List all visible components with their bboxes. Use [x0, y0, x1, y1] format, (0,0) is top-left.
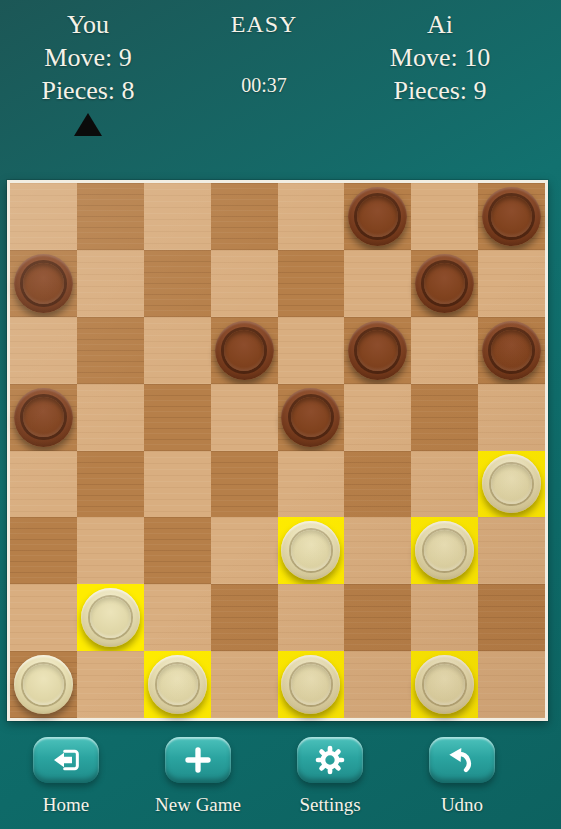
square-r1c2[interactable]	[144, 250, 211, 317]
square-r2c0[interactable]	[10, 317, 77, 384]
player-piece[interactable]	[14, 655, 73, 714]
home-exit-icon	[50, 744, 82, 776]
ai-piece[interactable]	[415, 254, 474, 313]
square-r4c2[interactable]	[144, 451, 211, 518]
square-r7c5[interactable]	[344, 651, 411, 718]
square-r7c3[interactable]	[211, 651, 278, 718]
square-r3c4[interactable]	[278, 384, 345, 451]
undo-icon	[446, 744, 478, 776]
square-r2c3[interactable]	[211, 317, 278, 384]
home-button-label: Home	[43, 794, 89, 816]
ai-piece[interactable]	[14, 388, 73, 447]
square-r2c2[interactable]	[144, 317, 211, 384]
square-r6c6[interactable]	[411, 584, 478, 651]
ai-piece[interactable]	[482, 187, 541, 246]
square-r2c7[interactable]	[478, 317, 545, 384]
ai-piece[interactable]	[348, 187, 407, 246]
square-r2c1[interactable]	[77, 317, 144, 384]
square-r1c4[interactable]	[278, 250, 345, 317]
ai-piece[interactable]	[281, 388, 340, 447]
square-r3c7[interactable]	[478, 384, 545, 451]
game-screen: You Move: 9 Pieces: 8 EASY 00:37 Ai Move…	[0, 0, 561, 829]
player-piece[interactable]	[81, 588, 140, 647]
ai-panel: Ai Move: 10 Pieces: 9	[352, 8, 528, 136]
difficulty-label: EASY	[176, 8, 352, 41]
square-r7c7[interactable]	[478, 651, 545, 718]
square-r0c2[interactable]	[144, 183, 211, 250]
player-piece[interactable]	[415, 655, 474, 714]
header: You Move: 9 Pieces: 8 EASY 00:37 Ai Move…	[0, 8, 528, 136]
square-r6c7[interactable]	[478, 584, 545, 651]
board-frame	[7, 180, 548, 721]
square-r3c1[interactable]	[77, 384, 144, 451]
ai-name: Ai	[352, 8, 528, 41]
ai-piece[interactable]	[482, 321, 541, 380]
square-r1c0[interactable]	[10, 250, 77, 317]
square-r4c0[interactable]	[10, 451, 77, 518]
player-piece[interactable]	[148, 655, 207, 714]
square-r4c6[interactable]	[411, 451, 478, 518]
square-r3c6[interactable]	[411, 384, 478, 451]
new-game-button-label: New Game	[155, 794, 241, 816]
square-r7c0[interactable]	[10, 651, 77, 718]
new-game-button-group: New Game	[132, 737, 264, 816]
square-r0c7[interactable]	[478, 183, 545, 250]
settings-button-label: Settings	[299, 794, 360, 816]
square-r6c3[interactable]	[211, 584, 278, 651]
square-r0c5[interactable]	[344, 183, 411, 250]
square-r2c5[interactable]	[344, 317, 411, 384]
turn-indicator-triangle	[74, 113, 102, 136]
square-r5c4[interactable]	[278, 517, 345, 584]
ai-piece[interactable]	[215, 321, 274, 380]
board	[10, 183, 545, 718]
ai-piece-count: Pieces: 9	[352, 74, 528, 107]
home-button[interactable]	[33, 737, 99, 783]
square-r5c7[interactable]	[478, 517, 545, 584]
player-piece[interactable]	[281, 521, 340, 580]
player-piece[interactable]	[281, 655, 340, 714]
plus-icon	[182, 744, 214, 776]
player-piece[interactable]	[482, 454, 541, 513]
player-move-count: Move: 9	[0, 41, 176, 74]
square-r2c4[interactable]	[278, 317, 345, 384]
square-r2c6[interactable]	[411, 317, 478, 384]
square-r5c3[interactable]	[211, 517, 278, 584]
player-piece[interactable]	[415, 521, 474, 580]
player-panel: You Move: 9 Pieces: 8	[0, 8, 176, 136]
square-r3c3[interactable]	[211, 384, 278, 451]
square-r0c6[interactable]	[411, 183, 478, 250]
square-r4c7[interactable]	[478, 451, 545, 518]
square-r1c1[interactable]	[77, 250, 144, 317]
square-r6c2[interactable]	[144, 584, 211, 651]
ai-move-count: Move: 10	[352, 41, 528, 74]
square-r3c0[interactable]	[10, 384, 77, 451]
home-button-group: Home	[0, 737, 132, 816]
square-r5c6[interactable]	[411, 517, 478, 584]
square-r7c6[interactable]	[411, 651, 478, 718]
square-r5c5[interactable]	[344, 517, 411, 584]
square-r0c0[interactable]	[10, 183, 77, 250]
square-r4c4[interactable]	[278, 451, 345, 518]
new-game-button[interactable]	[165, 737, 231, 783]
undo-button[interactable]	[429, 737, 495, 783]
square-r6c5[interactable]	[344, 584, 411, 651]
square-r1c6[interactable]	[411, 250, 478, 317]
square-r1c7[interactable]	[478, 250, 545, 317]
player-piece-count: Pieces: 8	[0, 74, 176, 107]
square-r7c2[interactable]	[144, 651, 211, 718]
square-r1c5[interactable]	[344, 250, 411, 317]
player-name: You	[0, 8, 176, 41]
ai-piece[interactable]	[348, 321, 407, 380]
gear-icon	[314, 744, 346, 776]
square-r3c5[interactable]	[344, 384, 411, 451]
square-r7c4[interactable]	[278, 651, 345, 718]
footer-toolbar: Home New Game	[0, 737, 528, 816]
ai-piece[interactable]	[14, 254, 73, 313]
square-r0c1[interactable]	[77, 183, 144, 250]
square-r4c1[interactable]	[77, 451, 144, 518]
square-r1c3[interactable]	[211, 250, 278, 317]
square-r3c2[interactable]	[144, 384, 211, 451]
square-r6c4[interactable]	[278, 584, 345, 651]
undo-button-group: Udno	[396, 737, 528, 816]
square-r5c2[interactable]	[144, 517, 211, 584]
square-r0c4[interactable]	[278, 183, 345, 250]
square-r5c1[interactable]	[77, 517, 144, 584]
center-panel: EASY 00:37	[176, 8, 352, 136]
square-r0c3[interactable]	[211, 183, 278, 250]
settings-button-group: Settings	[264, 737, 396, 816]
square-r6c0[interactable]	[10, 584, 77, 651]
square-r5c0[interactable]	[10, 517, 77, 584]
square-r4c5[interactable]	[344, 451, 411, 518]
undo-button-label: Udno	[441, 794, 483, 816]
square-r7c1[interactable]	[77, 651, 144, 718]
square-r4c3[interactable]	[211, 451, 278, 518]
settings-button[interactable]	[297, 737, 363, 783]
square-r6c1[interactable]	[77, 584, 144, 651]
game-timer: 00:37	[176, 73, 352, 97]
